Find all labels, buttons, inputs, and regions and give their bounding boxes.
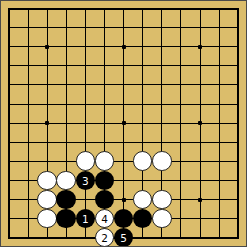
stone-white: 2 [95, 228, 115, 247]
stone-black [95, 171, 115, 191]
stone-white [76, 151, 96, 171]
stone-white: 4 [95, 209, 115, 229]
go-board-diagram: 31425 [0, 0, 247, 247]
move-number-label: 1 [82, 214, 89, 225]
move-number-label: 5 [120, 233, 127, 244]
stone-white [152, 151, 172, 171]
stone-white [56, 171, 76, 191]
stone-black: 3 [76, 171, 96, 191]
stone-white [37, 209, 57, 229]
stone-black: 1 [76, 209, 96, 229]
stone-white [133, 190, 153, 210]
move-number-label: 4 [101, 214, 108, 225]
move-number-label: 3 [82, 176, 89, 187]
stone-black [133, 209, 153, 229]
stone-black [95, 190, 115, 210]
stones-layer: 31425 [0, 0, 247, 247]
stone-white [37, 171, 57, 191]
stone-black [114, 209, 134, 229]
stone-white [152, 209, 172, 229]
stone-white [133, 151, 153, 171]
move-number-label: 2 [101, 233, 108, 244]
stone-white [37, 190, 57, 210]
stone-white [95, 151, 115, 171]
stone-black [56, 209, 76, 229]
go-board: 31425 [1, 1, 246, 246]
stone-black [56, 190, 76, 210]
stone-white [152, 190, 172, 210]
stone-black: 5 [114, 228, 134, 247]
